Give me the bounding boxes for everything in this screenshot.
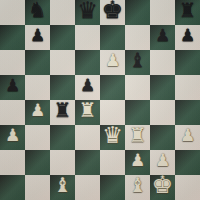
square-g8[interactable]	[150, 0, 175, 25]
square-f4[interactable]	[125, 100, 150, 125]
square-h4[interactable]	[175, 100, 200, 125]
square-h1[interactable]	[175, 175, 200, 200]
square-b7[interactable]: ♟	[25, 25, 50, 50]
square-b1[interactable]	[25, 175, 50, 200]
piece-white-pawn[interactable]: ♟	[175, 123, 200, 148]
square-c6[interactable]	[50, 50, 75, 75]
square-f7[interactable]	[125, 25, 150, 50]
square-b6[interactable]	[25, 50, 50, 75]
square-f5[interactable]	[125, 75, 150, 100]
piece-black-pawn[interactable]: ♟	[0, 73, 25, 98]
piece-white-pawn[interactable]: ♟	[150, 148, 175, 173]
square-g5[interactable]	[150, 75, 175, 100]
piece-white-pawn[interactable]: ♟	[125, 148, 150, 173]
square-f2[interactable]: ♟	[125, 150, 150, 175]
piece-white-pawn[interactable]: ♟	[25, 98, 50, 123]
square-e1[interactable]	[100, 175, 125, 200]
square-h6[interactable]	[175, 50, 200, 75]
piece-black-pawn[interactable]: ♟	[175, 23, 200, 48]
square-d3[interactable]	[75, 125, 100, 150]
square-g4[interactable]	[150, 100, 175, 125]
square-b8[interactable]: ♞	[25, 0, 50, 25]
square-b5[interactable]	[25, 75, 50, 100]
piece-white-bishop[interactable]: ♝	[125, 173, 150, 198]
square-f1[interactable]: ♝	[125, 175, 150, 200]
square-g1[interactable]: ♚	[150, 175, 175, 200]
piece-black-pawn[interactable]: ♟	[25, 23, 50, 48]
square-b3[interactable]	[25, 125, 50, 150]
square-c2[interactable]	[50, 150, 75, 175]
square-d6[interactable]	[75, 50, 100, 75]
square-d4[interactable]: ♜	[75, 100, 100, 125]
piece-white-rook[interactable]: ♜	[75, 98, 100, 123]
square-d7[interactable]	[75, 25, 100, 50]
piece-black-pawn[interactable]: ♟	[75, 73, 100, 98]
square-c5[interactable]	[50, 75, 75, 100]
piece-black-bishop[interactable]: ♝	[125, 48, 150, 73]
square-d5[interactable]: ♟	[75, 75, 100, 100]
piece-white-pawn[interactable]: ♟	[0, 123, 25, 148]
square-a1[interactable]	[0, 175, 25, 200]
piece-black-queen[interactable]: ♛	[75, 0, 100, 23]
square-e2[interactable]	[100, 150, 125, 175]
chess-board-photo: ♞♛♚♜♟♟♟♟♝♟♟♟♜♜♟♛♜♟♟♟♝♝♚	[0, 0, 200, 200]
piece-white-rook[interactable]: ♜	[125, 123, 150, 148]
square-h5[interactable]	[175, 75, 200, 100]
square-b2[interactable]	[25, 150, 50, 175]
square-c3[interactable]	[50, 125, 75, 150]
square-c8[interactable]	[50, 0, 75, 25]
square-d2[interactable]	[75, 150, 100, 175]
square-e5[interactable]	[100, 75, 125, 100]
square-a2[interactable]	[0, 150, 25, 175]
square-h7[interactable]: ♟	[175, 25, 200, 50]
square-h3[interactable]: ♟	[175, 125, 200, 150]
piece-black-knight[interactable]: ♞	[25, 0, 50, 23]
piece-black-pawn[interactable]: ♟	[150, 23, 175, 48]
square-a6[interactable]	[0, 50, 25, 75]
square-c4[interactable]: ♜	[50, 100, 75, 125]
piece-black-rook[interactable]: ♜	[175, 0, 200, 23]
square-c1[interactable]: ♝	[50, 175, 75, 200]
square-h2[interactable]	[175, 150, 200, 175]
square-c7[interactable]	[50, 25, 75, 50]
square-a3[interactable]: ♟	[0, 125, 25, 150]
piece-black-king[interactable]: ♚	[100, 0, 125, 23]
square-a4[interactable]	[0, 100, 25, 125]
square-a5[interactable]: ♟	[0, 75, 25, 100]
square-b4[interactable]: ♟	[25, 100, 50, 125]
square-e8[interactable]: ♚	[100, 0, 125, 25]
piece-black-rook[interactable]: ♜	[50, 98, 75, 123]
square-h8[interactable]: ♜	[175, 0, 200, 25]
square-g3[interactable]	[150, 125, 175, 150]
square-g7[interactable]: ♟	[150, 25, 175, 50]
piece-white-bishop[interactable]: ♝	[50, 173, 75, 198]
piece-white-king[interactable]: ♚	[150, 173, 175, 198]
square-a7[interactable]	[0, 25, 25, 50]
square-f3[interactable]: ♜	[125, 125, 150, 150]
square-a8[interactable]	[0, 0, 25, 25]
square-g6[interactable]	[150, 50, 175, 75]
square-e3[interactable]: ♛	[100, 125, 125, 150]
piece-white-queen[interactable]: ♛	[100, 123, 125, 148]
square-e6[interactable]: ♟	[100, 50, 125, 75]
chess-board: ♞♛♚♜♟♟♟♟♝♟♟♟♜♜♟♛♜♟♟♟♝♝♚	[0, 0, 200, 200]
square-f6[interactable]: ♝	[125, 50, 150, 75]
square-e7[interactable]	[100, 25, 125, 50]
square-d1[interactable]	[75, 175, 100, 200]
square-f8[interactable]	[125, 0, 150, 25]
piece-white-pawn[interactable]: ♟	[100, 48, 125, 73]
square-d8[interactable]: ♛	[75, 0, 100, 25]
